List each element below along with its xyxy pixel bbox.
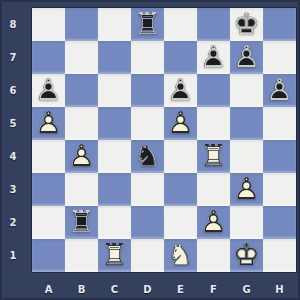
square-a1[interactable]	[32, 239, 65, 272]
square-f6[interactable]	[197, 74, 230, 107]
square-d2[interactable]	[131, 206, 164, 239]
square-f1[interactable]	[197, 239, 230, 272]
piece-outline-layer: ♙	[65, 139, 98, 172]
square-e1[interactable]: ♞♘	[164, 239, 197, 272]
piece-black-pawn-f7[interactable]: ♟♙	[197, 41, 230, 74]
piece-black-knight-d4[interactable]: ♞♘	[131, 140, 164, 173]
square-e4[interactable]	[164, 140, 197, 173]
square-c6[interactable]	[98, 74, 131, 107]
square-e8[interactable]	[164, 8, 197, 41]
square-d5[interactable]	[131, 107, 164, 140]
file-label-e: E	[164, 278, 197, 300]
piece-white-king-g1[interactable]: ♚♔	[230, 239, 263, 272]
piece-black-pawn-e6[interactable]: ♟♙	[164, 74, 197, 107]
square-g4[interactable]	[230, 140, 263, 173]
square-c5[interactable]	[98, 107, 131, 140]
square-g1[interactable]: ♚♔	[230, 239, 263, 272]
square-f7[interactable]: ♟♙	[197, 41, 230, 74]
square-h8[interactable]	[263, 8, 296, 41]
piece-outline-layer: ♖	[197, 139, 230, 172]
piece-white-pawn-f2[interactable]: ♟♙	[197, 206, 230, 239]
square-g7[interactable]: ♟♙	[230, 41, 263, 74]
square-h2[interactable]	[263, 206, 296, 239]
file-label-h: H	[263, 278, 296, 300]
piece-black-pawn-h6[interactable]: ♟♙	[263, 74, 296, 107]
rank-label-3: 3	[0, 173, 26, 206]
piece-outline-layer: ♘	[131, 139, 164, 172]
square-c2[interactable]	[98, 206, 131, 239]
square-g8[interactable]: ♚♔	[230, 8, 263, 41]
file-label-c: C	[98, 278, 131, 300]
piece-outline-layer: ♙	[32, 73, 65, 106]
square-b6[interactable]	[65, 74, 98, 107]
square-c7[interactable]	[98, 41, 131, 74]
square-g6[interactable]	[230, 74, 263, 107]
square-h3[interactable]	[263, 173, 296, 206]
square-b1[interactable]	[65, 239, 98, 272]
rank-label-7: 7	[0, 41, 26, 74]
square-d6[interactable]	[131, 74, 164, 107]
square-c8[interactable]	[98, 8, 131, 41]
file-label-b: B	[65, 278, 98, 300]
square-d3[interactable]	[131, 173, 164, 206]
piece-outline-layer: ♙	[230, 40, 263, 73]
piece-black-pawn-g7[interactable]: ♟♙	[230, 41, 263, 74]
square-c1[interactable]: ♜♖	[98, 239, 131, 272]
file-label-g: G	[230, 278, 263, 300]
square-a8[interactable]	[32, 8, 65, 41]
piece-white-rook-f4[interactable]: ♜♖	[197, 140, 230, 173]
square-b3[interactable]	[65, 173, 98, 206]
square-a4[interactable]	[32, 140, 65, 173]
square-a3[interactable]	[32, 173, 65, 206]
chess-diagram: 87654321 ♜♖♚♔♟♙♟♙♟♙♟♙♟♙♟♙♟♙♟♙♞♘♜♖♟♙♜♖♟♙♜…	[0, 0, 300, 300]
square-f3[interactable]	[197, 173, 230, 206]
piece-outline-layer: ♖	[131, 7, 164, 40]
square-f5[interactable]	[197, 107, 230, 140]
rank-label-2: 2	[0, 206, 26, 239]
piece-outline-layer: ♙	[197, 40, 230, 73]
square-d7[interactable]	[131, 41, 164, 74]
square-e2[interactable]	[164, 206, 197, 239]
piece-outline-layer: ♙	[32, 106, 65, 139]
square-a5[interactable]: ♟♙	[32, 107, 65, 140]
square-g5[interactable]	[230, 107, 263, 140]
rank-label-8: 8	[0, 8, 26, 41]
piece-outline-layer: ♙	[164, 106, 197, 139]
piece-outline-layer: ♘	[164, 238, 197, 271]
file-label-d: D	[131, 278, 164, 300]
square-e6[interactable]: ♟♙	[164, 74, 197, 107]
square-h6[interactable]: ♟♙	[263, 74, 296, 107]
square-f8[interactable]	[197, 8, 230, 41]
rank-label-5: 5	[0, 107, 26, 140]
square-e3[interactable]	[164, 173, 197, 206]
square-h7[interactable]	[263, 41, 296, 74]
piece-outline-layer: ♔	[230, 238, 263, 271]
square-b4[interactable]: ♟♙	[65, 140, 98, 173]
piece-outline-layer: ♔	[230, 7, 263, 40]
chess-board[interactable]: ♜♖♚♔♟♙♟♙♟♙♟♙♟♙♟♙♟♙♟♙♞♘♜♖♟♙♜♖♟♙♜♖♞♘♚♔	[31, 7, 297, 273]
file-label-f: F	[197, 278, 230, 300]
rank-label-1: 1	[0, 239, 26, 272]
square-c4[interactable]	[98, 140, 131, 173]
square-e7[interactable]	[164, 41, 197, 74]
piece-black-rook-b2[interactable]: ♜♖	[65, 206, 98, 239]
piece-black-pawn-a6[interactable]: ♟♙	[32, 74, 65, 107]
piece-white-knight-e1[interactable]: ♞♘	[164, 239, 197, 272]
piece-outline-layer: ♙	[197, 205, 230, 238]
square-d1[interactable]	[131, 239, 164, 272]
square-d4[interactable]: ♞♘	[131, 140, 164, 173]
square-b5[interactable]	[65, 107, 98, 140]
piece-outline-layer: ♙	[230, 172, 263, 205]
square-c3[interactable]	[98, 173, 131, 206]
piece-white-pawn-e5[interactable]: ♟♙	[164, 107, 197, 140]
square-b2[interactable]: ♜♖	[65, 206, 98, 239]
square-a7[interactable]	[32, 41, 65, 74]
file-label-a: A	[32, 278, 65, 300]
square-a6[interactable]: ♟♙	[32, 74, 65, 107]
square-e5[interactable]: ♟♙	[164, 107, 197, 140]
piece-white-pawn-b4[interactable]: ♟♙	[65, 140, 98, 173]
square-h5[interactable]	[263, 107, 296, 140]
piece-white-pawn-a5[interactable]: ♟♙	[32, 107, 65, 140]
square-g2[interactable]	[230, 206, 263, 239]
square-b8[interactable]	[65, 8, 98, 41]
rank-label-6: 6	[0, 74, 26, 107]
square-a2[interactable]	[32, 206, 65, 239]
piece-white-pawn-g3[interactable]: ♟♙	[230, 173, 263, 206]
square-f2[interactable]: ♟♙	[197, 206, 230, 239]
piece-black-rook-d8[interactable]: ♜♖	[131, 8, 164, 41]
square-g3[interactable]: ♟♙	[230, 173, 263, 206]
rank-label-4: 4	[0, 140, 26, 173]
rank-labels: 87654321	[0, 8, 26, 272]
square-h1[interactable]	[263, 239, 296, 272]
piece-outline-layer: ♙	[263, 73, 296, 106]
piece-white-rook-c1[interactable]: ♜♖	[98, 239, 131, 272]
piece-black-king-g8[interactable]: ♚♔	[230, 8, 263, 41]
square-h4[interactable]	[263, 140, 296, 173]
piece-outline-layer: ♖	[65, 205, 98, 238]
square-b7[interactable]	[65, 41, 98, 74]
piece-outline-layer: ♖	[98, 238, 131, 271]
piece-outline-layer: ♙	[164, 73, 197, 106]
square-f4[interactable]: ♜♖	[197, 140, 230, 173]
file-labels: ABCDEFGH	[32, 273, 296, 300]
square-d8[interactable]: ♜♖	[131, 8, 164, 41]
